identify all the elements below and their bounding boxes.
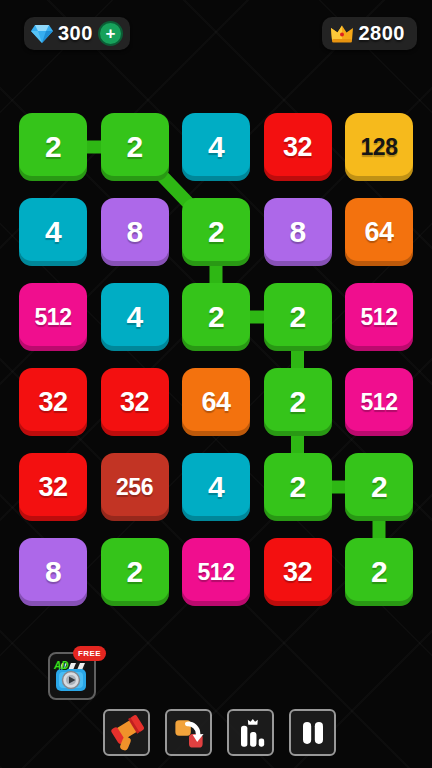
tile-r5c2-value-256[interactable]: 256 [101,453,169,521]
tile-r4c3-value-64[interactable]: 64 [182,368,250,436]
tile-r6c5-value-2[interactable]: 2 [345,538,413,606]
swap-icon [169,713,209,753]
tile-r5c4-value-2[interactable]: 2 [264,453,332,521]
tile-r6c4-value-32[interactable]: 32 [264,538,332,606]
tile-r2c5-value-64[interactable]: 64 [345,198,413,266]
tile-r4c1-value-32[interactable]: 32 [19,368,87,436]
ad-label: AD [54,660,68,671]
game-board: 2243212848286451242251232326425123225642… [19,113,413,606]
hammer-button[interactable] [103,709,150,756]
tile-r1c5-value-128[interactable]: 128 [345,113,413,181]
tile-r1c3-value-4[interactable]: 4 [182,113,250,181]
tile-r1c1-value-2[interactable]: 2 [19,113,87,181]
swap-button[interactable] [165,709,212,756]
tile-r2c1-value-4[interactable]: 4 [19,198,87,266]
score-pill: 2800 [322,17,418,50]
gems-count: 300 [58,22,93,45]
gem-icon [31,24,53,44]
pause-button[interactable] [289,709,336,756]
tile-r5c1-value-32[interactable]: 32 [19,453,87,521]
pause-icon [293,713,333,753]
hammer-icon [107,713,147,753]
tile-r4c2-value-32[interactable]: 32 [101,368,169,436]
crown-score: 2800 [359,22,406,45]
plus-icon: + [105,25,115,42]
tile-grid: 2243212848286451242251232326425123225642… [19,113,413,606]
tile-r2c2-value-8[interactable]: 8 [101,198,169,266]
tile-r4c4-value-2[interactable]: 2 [264,368,332,436]
tile-r6c3-value-512[interactable]: 512 [182,538,250,606]
tile-r5c5-value-2[interactable]: 2 [345,453,413,521]
tile-r4c5-value-512[interactable]: 512 [345,368,413,436]
tile-r2c3-value-2[interactable]: 2 [182,198,250,266]
free-ad-reward-button[interactable]: AD FREE [48,652,96,700]
gems-pill: 300 + [24,17,130,50]
tile-r3c2-value-4[interactable]: 4 [101,283,169,351]
tile-r3c4-value-2[interactable]: 2 [264,283,332,351]
tile-r3c1-value-512[interactable]: 512 [19,283,87,351]
add-gems-button[interactable]: + [98,21,123,46]
tile-r5c3-value-4[interactable]: 4 [182,453,250,521]
tile-r6c2-value-2[interactable]: 2 [101,538,169,606]
tile-r1c2-value-2[interactable]: 2 [101,113,169,181]
tile-r3c3-value-2[interactable]: 2 [182,283,250,351]
crown-icon [330,24,354,44]
tile-r1c4-value-32[interactable]: 32 [264,113,332,181]
free-badge: FREE [73,646,106,661]
tile-r3c5-value-512[interactable]: 512 [345,283,413,351]
leaderboard-button[interactable] [227,709,274,756]
leaderboard-crown-bars-icon [231,713,271,753]
tile-r2c4-value-8[interactable]: 8 [264,198,332,266]
tile-r6c1-value-8[interactable]: 8 [19,538,87,606]
